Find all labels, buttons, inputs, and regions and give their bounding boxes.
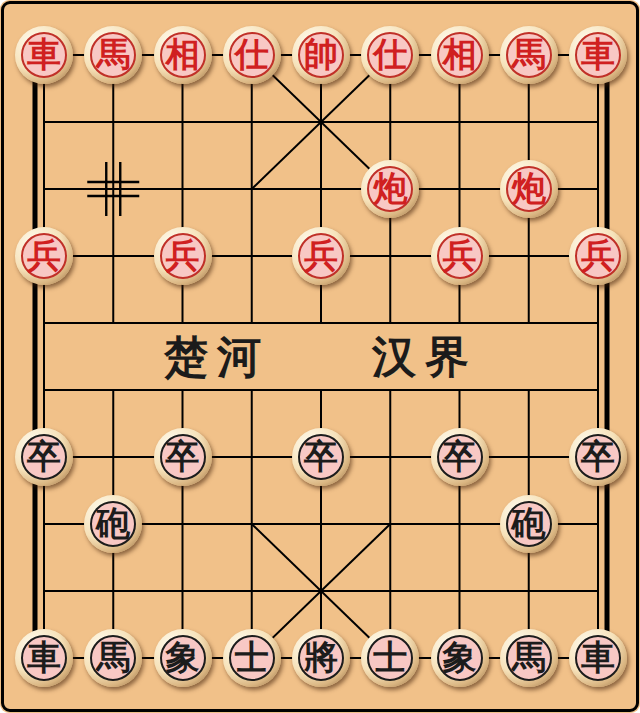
piece-glyph: 帥 xyxy=(304,37,338,71)
piece-red-horse[interactable]: 馬 xyxy=(84,26,142,84)
piece-glyph: 相 xyxy=(166,37,200,71)
piece-glyph: 卒 xyxy=(581,439,615,473)
piece-red-soldier[interactable]: 兵 xyxy=(569,227,627,285)
piece-glyph: 兵 xyxy=(443,238,477,272)
piece-red-advisor[interactable]: 仕 xyxy=(223,26,281,84)
piece-glyph: 象 xyxy=(166,640,200,674)
piece-glyph: 砲 xyxy=(512,506,546,540)
piece-face: 兵 xyxy=(575,233,621,279)
piece-black-advisor[interactable]: 士 xyxy=(361,629,419,687)
piece-face: 馬 xyxy=(90,32,136,78)
piece-face: 卒 xyxy=(575,434,621,480)
piece-face: 炮 xyxy=(367,166,413,212)
piece-glyph: 將 xyxy=(304,640,338,674)
piece-face: 士 xyxy=(367,635,413,681)
river-label-left: 楚河 xyxy=(164,328,270,387)
piece-black-general[interactable]: 將 xyxy=(292,629,350,687)
piece-glyph: 車 xyxy=(581,37,615,71)
piece-black-soldier[interactable]: 卒 xyxy=(569,428,627,486)
piece-face: 士 xyxy=(229,635,275,681)
river-label-right: 汉界 xyxy=(372,328,478,387)
piece-black-horse[interactable]: 馬 xyxy=(500,629,558,687)
piece-face: 馬 xyxy=(90,635,136,681)
piece-face: 卒 xyxy=(437,434,483,480)
piece-face: 仕 xyxy=(367,32,413,78)
piece-black-soldier[interactable]: 卒 xyxy=(292,428,350,486)
piece-red-chariot[interactable]: 車 xyxy=(569,26,627,84)
piece-red-cannon[interactable]: 炮 xyxy=(361,160,419,218)
piece-glyph: 兵 xyxy=(304,238,338,272)
piece-black-chariot[interactable]: 車 xyxy=(15,629,73,687)
piece-red-chariot[interactable]: 車 xyxy=(15,26,73,84)
piece-face: 相 xyxy=(437,32,483,78)
piece-face: 兵 xyxy=(437,233,483,279)
piece-face: 車 xyxy=(21,32,67,78)
piece-black-chariot[interactable]: 車 xyxy=(569,629,627,687)
piece-black-elephant[interactable]: 象 xyxy=(154,629,212,687)
piece-glyph: 馬 xyxy=(96,37,130,71)
piece-glyph: 馬 xyxy=(96,640,130,674)
piece-face: 馬 xyxy=(506,32,552,78)
piece-face: 兵 xyxy=(21,233,67,279)
piece-glyph: 士 xyxy=(235,640,269,674)
piece-face: 仕 xyxy=(229,32,275,78)
piece-glyph: 兵 xyxy=(581,238,615,272)
piece-glyph: 仕 xyxy=(235,37,269,71)
piece-red-general[interactable]: 帥 xyxy=(292,26,350,84)
piece-face: 卒 xyxy=(21,434,67,480)
piece-glyph: 砲 xyxy=(96,506,130,540)
piece-black-soldier[interactable]: 卒 xyxy=(431,428,489,486)
piece-glyph: 士 xyxy=(373,640,407,674)
piece-red-elephant[interactable]: 相 xyxy=(154,26,212,84)
piece-black-advisor[interactable]: 士 xyxy=(223,629,281,687)
piece-red-soldier[interactable]: 兵 xyxy=(154,227,212,285)
piece-glyph: 卒 xyxy=(166,439,200,473)
piece-glyph: 仕 xyxy=(373,37,407,71)
piece-glyph: 兵 xyxy=(27,238,61,272)
piece-glyph: 馬 xyxy=(512,640,546,674)
piece-red-soldier[interactable]: 兵 xyxy=(15,227,73,285)
piece-black-cannon[interactable]: 砲 xyxy=(500,495,558,553)
piece-face: 兵 xyxy=(160,233,206,279)
piece-face: 將 xyxy=(298,635,344,681)
piece-glyph: 象 xyxy=(443,640,477,674)
piece-face: 帥 xyxy=(298,32,344,78)
piece-face: 車 xyxy=(575,635,621,681)
piece-face: 砲 xyxy=(90,501,136,547)
piece-black-cannon[interactable]: 砲 xyxy=(84,495,142,553)
piece-glyph: 炮 xyxy=(512,171,546,205)
piece-glyph: 卒 xyxy=(443,439,477,473)
piece-glyph: 兵 xyxy=(166,238,200,272)
piece-black-soldier[interactable]: 卒 xyxy=(154,428,212,486)
piece-face: 卒 xyxy=(160,434,206,480)
piece-face: 馬 xyxy=(506,635,552,681)
piece-black-horse[interactable]: 馬 xyxy=(84,629,142,687)
piece-glyph: 炮 xyxy=(373,171,407,205)
piece-face: 炮 xyxy=(506,166,552,212)
piece-red-horse[interactable]: 馬 xyxy=(500,26,558,84)
piece-face: 砲 xyxy=(506,501,552,547)
piece-black-elephant[interactable]: 象 xyxy=(431,629,489,687)
piece-glyph: 卒 xyxy=(304,439,338,473)
piece-red-soldier[interactable]: 兵 xyxy=(431,227,489,285)
piece-face: 卒 xyxy=(298,434,344,480)
piece-face: 象 xyxy=(160,635,206,681)
xiangqi-board: 楚河 汉界 車馬相仕帥仕相馬車炮炮兵兵兵兵兵卒卒卒卒卒砲砲車馬象士將士象馬車 xyxy=(0,0,640,713)
board-grid xyxy=(0,0,640,713)
piece-glyph: 車 xyxy=(581,640,615,674)
piece-red-elephant[interactable]: 相 xyxy=(431,26,489,84)
piece-face: 兵 xyxy=(298,233,344,279)
xiangqi-app: 楚河 汉界 車馬相仕帥仕相馬車炮炮兵兵兵兵兵卒卒卒卒卒砲砲車馬象士將士象馬車 xyxy=(0,0,640,713)
piece-glyph: 車 xyxy=(27,640,61,674)
piece-glyph: 馬 xyxy=(512,37,546,71)
piece-red-advisor[interactable]: 仕 xyxy=(361,26,419,84)
piece-glyph: 相 xyxy=(443,37,477,71)
piece-face: 車 xyxy=(575,32,621,78)
piece-red-cannon[interactable]: 炮 xyxy=(500,160,558,218)
piece-black-soldier[interactable]: 卒 xyxy=(15,428,73,486)
piece-face: 相 xyxy=(160,32,206,78)
piece-glyph: 卒 xyxy=(27,439,61,473)
piece-glyph: 車 xyxy=(27,37,61,71)
piece-face: 車 xyxy=(21,635,67,681)
piece-red-soldier[interactable]: 兵 xyxy=(292,227,350,285)
piece-face: 象 xyxy=(437,635,483,681)
